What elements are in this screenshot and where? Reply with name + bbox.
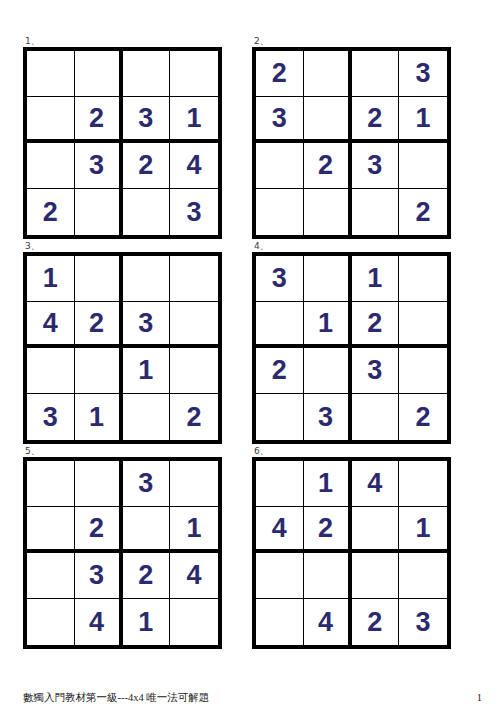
puzzle-2-cell-r1c4[interactable]: 3 (399, 51, 447, 97)
puzzle-5-label: 5、 (23, 445, 222, 457)
puzzle-1-cell-r2c1[interactable] (27, 97, 75, 143)
puzzle-5-cell-r2c3[interactable] (123, 507, 171, 553)
puzzle-1-label: 1、 (23, 35, 222, 47)
puzzle-4-cell-r3c1[interactable]: 2 (256, 348, 304, 394)
puzzle-4-cell-r2c2[interactable]: 1 (304, 302, 352, 348)
puzzle-1: 1、23132423 (23, 35, 222, 239)
puzzle-3-cell-r1c2[interactable] (75, 256, 123, 302)
puzzle-2-cell-r3c1[interactable] (256, 143, 304, 189)
puzzle-6-label: 6、 (252, 445, 451, 457)
puzzle-1-cell-r1c3[interactable] (123, 51, 171, 97)
puzzle-3-cell-r1c3[interactable] (123, 256, 171, 302)
puzzle-5-cell-r4c3[interactable]: 1 (123, 599, 171, 645)
puzzle-4-cell-r4c3[interactable] (352, 394, 400, 440)
puzzle-2-cell-r2c1[interactable]: 3 (256, 97, 304, 143)
puzzle-6-cell-r2c3[interactable] (352, 507, 400, 553)
puzzle-3-grid: 14231312 (23, 252, 222, 444)
puzzle-5-cell-r2c4[interactable]: 1 (170, 507, 218, 553)
puzzle-2-cell-r2c2[interactable] (304, 97, 352, 143)
puzzle-4-cell-r1c3[interactable]: 1 (352, 256, 400, 302)
puzzle-4-cell-r4c2[interactable]: 3 (304, 394, 352, 440)
puzzle-5-cell-r3c1[interactable] (27, 553, 75, 599)
puzzle-6-cell-r4c3[interactable]: 2 (352, 599, 400, 645)
puzzle-5-cell-r1c4[interactable] (170, 461, 218, 507)
puzzle-5-cell-r3c3[interactable]: 2 (123, 553, 171, 599)
puzzle-6-grid: 14421423 (252, 457, 451, 649)
puzzle-3-cell-r1c4[interactable] (170, 256, 218, 302)
puzzle-4-cell-r1c1[interactable]: 3 (256, 256, 304, 302)
puzzle-2-cell-r1c2[interactable] (304, 51, 352, 97)
puzzle-4-cell-r4c4[interactable]: 2 (399, 394, 447, 440)
puzzle-2-cell-r3c4[interactable] (399, 143, 447, 189)
puzzle-4-cell-r3c4[interactable] (399, 348, 447, 394)
puzzle-2-cell-r4c2[interactable] (304, 189, 352, 235)
puzzle-5-cell-r3c4[interactable]: 4 (170, 553, 218, 599)
puzzle-1-cell-r2c2[interactable]: 2 (75, 97, 123, 143)
puzzle-5-cell-r4c2[interactable]: 4 (75, 599, 123, 645)
puzzle-6-cell-r2c2[interactable]: 2 (304, 507, 352, 553)
puzzle-4-cell-r3c2[interactable] (304, 348, 352, 394)
puzzle-6-cell-r4c4[interactable]: 3 (399, 599, 447, 645)
puzzle-5: 5、32132441 (23, 445, 222, 649)
puzzle-4-cell-r2c3[interactable]: 2 (352, 302, 400, 348)
puzzle-1-cell-r4c2[interactable] (75, 189, 123, 235)
puzzle-3-cell-r3c2[interactable] (75, 348, 123, 394)
puzzle-6-cell-r3c4[interactable] (399, 553, 447, 599)
puzzle-3-label: 3、 (23, 240, 222, 252)
page-footer: 數獨入門教材第一級---4x4 唯一法可解題 1 (23, 691, 482, 705)
puzzle-6-cell-r1c2[interactable]: 1 (304, 461, 352, 507)
puzzle-4-cell-r4c1[interactable] (256, 394, 304, 440)
puzzle-1-cell-r4c3[interactable] (123, 189, 171, 235)
puzzle-3-cell-r2c1[interactable]: 4 (27, 302, 75, 348)
puzzle-2-label: 2、 (252, 35, 451, 47)
puzzle-4-cell-r3c3[interactable]: 3 (352, 348, 400, 394)
puzzle-1-cell-r2c3[interactable]: 3 (123, 97, 171, 143)
puzzle-5-cell-r1c1[interactable] (27, 461, 75, 507)
puzzle-5-cell-r4c4[interactable] (170, 599, 218, 645)
puzzle-4-label: 4、 (252, 240, 451, 252)
puzzle-3-cell-r4c2[interactable]: 1 (75, 394, 123, 440)
puzzle-2: 2、23321232 (252, 35, 451, 239)
puzzle-3-cell-r2c2[interactable]: 2 (75, 302, 123, 348)
puzzle-3: 3、14231312 (23, 240, 222, 444)
puzzle-1-cell-r3c4[interactable]: 4 (170, 143, 218, 189)
puzzle-2-cell-r2c3[interactable]: 2 (352, 97, 400, 143)
puzzle-5-cell-r4c1[interactable] (27, 599, 75, 645)
puzzle-3-cell-r3c3[interactable]: 1 (123, 348, 171, 394)
puzzle-2-cell-r1c1[interactable]: 2 (256, 51, 304, 97)
puzzle-3-cell-r2c3[interactable]: 3 (123, 302, 171, 348)
puzzle-3-cell-r1c1[interactable]: 1 (27, 256, 75, 302)
puzzle-4-grid: 31122332 (252, 252, 451, 444)
worksheet-page: 1、231324232、233212323、142313124、31122332… (0, 0, 504, 713)
puzzle-2-cell-r4c4[interactable]: 2 (399, 189, 447, 235)
puzzle-1-cell-r1c1[interactable] (27, 51, 75, 97)
puzzle-2-cell-r4c1[interactable] (256, 189, 304, 235)
puzzle-6-cell-r1c1[interactable] (256, 461, 304, 507)
puzzle-1-cell-r3c1[interactable] (27, 143, 75, 189)
puzzle-2-cell-r3c3[interactable]: 3 (352, 143, 400, 189)
puzzle-6-cell-r2c1[interactable]: 4 (256, 507, 304, 553)
puzzle-4-cell-r2c1[interactable] (256, 302, 304, 348)
puzzle-1-cell-r3c3[interactable]: 2 (123, 143, 171, 189)
puzzle-1-grid: 23132423 (23, 47, 222, 239)
puzzle-3-cell-r4c3[interactable] (123, 394, 171, 440)
puzzle-5-cell-r1c3[interactable]: 3 (123, 461, 171, 507)
puzzle-4: 4、31122332 (252, 240, 451, 444)
puzzle-4-cell-r1c4[interactable] (399, 256, 447, 302)
puzzle-6-cell-r3c2[interactable] (304, 553, 352, 599)
puzzles-area: 1、231324232、233212323、142313124、31122332… (23, 35, 451, 649)
puzzle-1-cell-r4c4[interactable]: 3 (170, 189, 218, 235)
puzzle-2-grid: 23321232 (252, 47, 451, 239)
footer-title: 數獨入門教材第一級---4x4 唯一法可解題 (23, 691, 209, 705)
puzzle-5-cell-r1c2[interactable] (75, 461, 123, 507)
puzzle-2-cell-r4c3[interactable] (352, 189, 400, 235)
puzzle-3-cell-r2c4[interactable] (170, 302, 218, 348)
puzzle-2-cell-r2c4[interactable]: 1 (399, 97, 447, 143)
puzzle-5-cell-r2c1[interactable] (27, 507, 75, 553)
puzzle-5-grid: 32132441 (23, 457, 222, 649)
puzzle-6-cell-r1c3[interactable]: 4 (352, 461, 400, 507)
puzzle-1-cell-r1c4[interactable] (170, 51, 218, 97)
footer-page-number: 1 (477, 692, 482, 703)
puzzle-1-cell-r1c2[interactable] (75, 51, 123, 97)
puzzle-2-cell-r1c3[interactable] (352, 51, 400, 97)
puzzle-1-cell-r3c2[interactable]: 3 (75, 143, 123, 189)
puzzle-2-cell-r3c2[interactable]: 2 (304, 143, 352, 189)
puzzle-3-cell-r3c1[interactable] (27, 348, 75, 394)
puzzle-3-cell-r4c1[interactable]: 3 (27, 394, 75, 440)
puzzle-3-cell-r3c4[interactable] (170, 348, 218, 394)
puzzle-6: 6、14421423 (252, 445, 451, 649)
puzzle-6-cell-r3c3[interactable] (352, 553, 400, 599)
puzzle-6-cell-r1c4[interactable] (399, 461, 447, 507)
puzzle-6-cell-r3c1[interactable] (256, 553, 304, 599)
puzzle-1-cell-r2c4[interactable]: 1 (170, 97, 218, 143)
puzzle-6-cell-r4c1[interactable] (256, 599, 304, 645)
puzzle-3-cell-r4c4[interactable]: 2 (170, 394, 218, 440)
puzzle-6-cell-r4c2[interactable]: 4 (304, 599, 352, 645)
puzzle-4-cell-r2c4[interactable] (399, 302, 447, 348)
puzzle-6-cell-r2c4[interactable]: 1 (399, 507, 447, 553)
puzzle-5-cell-r3c2[interactable]: 3 (75, 553, 123, 599)
puzzle-1-cell-r4c1[interactable]: 2 (27, 189, 75, 235)
puzzle-5-cell-r2c2[interactable]: 2 (75, 507, 123, 553)
puzzle-4-cell-r1c2[interactable] (304, 256, 352, 302)
